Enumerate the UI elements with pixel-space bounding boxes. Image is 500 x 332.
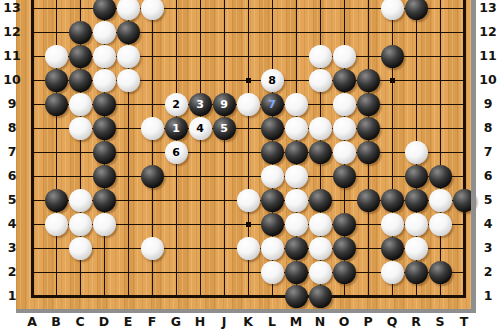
column-label-C: C (68, 314, 92, 330)
white-stone-D12[interactable] (93, 21, 116, 44)
white-stone-R3[interactable] (405, 237, 428, 260)
row-label-left-3: 3 (0, 240, 24, 256)
black-stone-S2[interactable] (429, 261, 452, 284)
move-number-5: 5 (220, 123, 228, 134)
move-number-4: 4 (196, 123, 204, 134)
black-stone-P8[interactable] (357, 117, 380, 140)
white-stone-E13[interactable] (117, 0, 140, 20)
white-stone-F13[interactable] (141, 0, 164, 20)
black-stone-O6[interactable] (333, 165, 356, 188)
black-stone-S6[interactable] (429, 165, 452, 188)
white-stone-E10[interactable] (117, 69, 140, 92)
white-stone-F3[interactable] (141, 237, 164, 260)
white-stone-N3[interactable] (309, 237, 332, 260)
white-stone-H8[interactable]: 4 (189, 117, 212, 140)
board-shadow-bottom (16, 309, 476, 313)
column-label-Q: Q (380, 314, 404, 330)
black-stone-Q11[interactable] (381, 45, 404, 68)
white-stone-G9[interactable]: 2 (165, 93, 188, 116)
grid-line-vertical (200, 0, 201, 298)
row-label-left-13: 13 (0, 0, 24, 16)
star-point-Q10 (390, 78, 395, 83)
black-stone-P5[interactable] (357, 189, 380, 212)
black-stone-J9[interactable]: 9 (213, 93, 236, 116)
white-stone-C4[interactable] (69, 213, 92, 236)
white-stone-K9[interactable] (237, 93, 260, 116)
white-stone-C3[interactable] (69, 237, 92, 260)
column-label-B: B (44, 314, 68, 330)
move-number-3: 3 (196, 99, 204, 110)
column-label-G: G (164, 314, 188, 330)
black-stone-B10[interactable] (45, 69, 68, 92)
black-stone-O3[interactable] (333, 237, 356, 260)
grid-line-horizontal (31, 295, 466, 298)
white-stone-Q13[interactable] (381, 0, 404, 20)
white-stone-D4[interactable] (93, 213, 116, 236)
row-label-left-1: 1 (0, 288, 24, 304)
black-stone-D7[interactable] (93, 141, 116, 164)
white-stone-M5[interactable] (285, 189, 308, 212)
black-stone-L7[interactable] (261, 141, 284, 164)
black-stone-D5[interactable] (93, 189, 116, 212)
black-stone-O4[interactable] (333, 213, 356, 236)
column-label-R: R (404, 314, 428, 330)
black-stone-B5[interactable] (45, 189, 68, 212)
white-stone-R7[interactable] (405, 141, 428, 164)
black-stone-D13[interactable] (93, 0, 116, 20)
column-label-H: H (188, 314, 212, 330)
black-stone-M2[interactable] (285, 261, 308, 284)
white-stone-M9[interactable] (285, 93, 308, 116)
move-number-6: 6 (172, 147, 180, 158)
row-label-right-10: 10 (476, 72, 500, 88)
white-stone-O9[interactable] (333, 93, 356, 116)
white-stone-B11[interactable] (45, 45, 68, 68)
row-label-right-5: 5 (476, 192, 500, 208)
white-stone-C5[interactable] (69, 189, 92, 212)
black-stone-P10[interactable] (357, 69, 380, 92)
white-stone-F8[interactable] (141, 117, 164, 140)
black-stone-L5[interactable] (261, 189, 284, 212)
white-stone-L2[interactable] (261, 261, 284, 284)
white-stone-N11[interactable] (309, 45, 332, 68)
black-stone-L4[interactable] (261, 213, 284, 236)
white-stone-C8[interactable] (69, 117, 92, 140)
column-label-A: A (20, 314, 44, 330)
move-number-9: 9 (220, 99, 228, 110)
move-number-1: 1 (172, 123, 180, 134)
column-label-S: S (428, 314, 452, 330)
column-label-O: O (332, 314, 356, 330)
row-label-left-6: 6 (0, 168, 24, 184)
row-label-right-12: 12 (476, 24, 500, 40)
row-label-left-11: 11 (0, 48, 24, 64)
white-stone-L6[interactable] (261, 165, 284, 188)
row-label-left-10: 10 (0, 72, 24, 88)
white-stone-O7[interactable] (333, 141, 356, 164)
white-stone-M4[interactable] (285, 213, 308, 236)
row-label-right-6: 6 (476, 168, 500, 184)
go-board-viewer: 823971456 13121110987654321 131211109876… (0, 0, 500, 332)
star-point-K4 (246, 222, 251, 227)
row-label-left-2: 2 (0, 264, 24, 280)
black-stone-G8[interactable]: 1 (165, 117, 188, 140)
white-stone-E11[interactable] (117, 45, 140, 68)
column-label-K: K (236, 314, 260, 330)
black-stone-E12[interactable] (117, 21, 140, 44)
black-stone-D6[interactable] (93, 165, 116, 188)
row-label-right-3: 3 (476, 240, 500, 256)
white-stone-R4[interactable] (405, 213, 428, 236)
black-stone-M1[interactable] (285, 285, 308, 308)
row-label-left-7: 7 (0, 144, 24, 160)
row-label-right-9: 9 (476, 96, 500, 112)
black-stone-M7[interactable] (285, 141, 308, 164)
black-stone-P7[interactable] (357, 141, 380, 164)
move-number-8: 8 (268, 75, 276, 86)
column-label-D: D (92, 314, 116, 330)
white-stone-D10[interactable] (93, 69, 116, 92)
white-stone-N10[interactable] (309, 69, 332, 92)
black-stone-P9[interactable] (357, 93, 380, 116)
grid-line-vertical (31, 0, 34, 298)
white-stone-Q4[interactable] (381, 213, 404, 236)
column-label-P: P (356, 314, 380, 330)
black-stone-F6[interactable] (141, 165, 164, 188)
black-stone-N5[interactable] (309, 189, 332, 212)
grid-line-vertical (224, 0, 225, 298)
black-stone-C12[interactable] (69, 21, 92, 44)
black-stone-D8[interactable] (93, 117, 116, 140)
white-stone-M8[interactable] (285, 117, 308, 140)
row-label-left-8: 8 (0, 120, 24, 136)
white-stone-N4[interactable] (309, 213, 332, 236)
black-stone-N7[interactable] (309, 141, 332, 164)
black-stone-Q3[interactable] (381, 237, 404, 260)
black-stone-J8[interactable]: 5 (213, 117, 236, 140)
row-label-right-2: 2 (476, 264, 500, 280)
white-stone-L10[interactable]: 8 (261, 69, 284, 92)
black-stone-O2[interactable] (333, 261, 356, 284)
black-stone-L8[interactable] (261, 117, 284, 140)
black-stone-R5[interactable] (405, 189, 428, 212)
white-stone-N2[interactable] (309, 261, 332, 284)
column-label-E: E (116, 314, 140, 330)
black-stone-M3[interactable] (285, 237, 308, 260)
move-number-7: 7 (268, 99, 276, 110)
black-stone-C10[interactable] (69, 69, 92, 92)
white-stone-D11[interactable] (93, 45, 116, 68)
black-stone-D9[interactable] (93, 93, 116, 116)
white-stone-O8[interactable] (333, 117, 356, 140)
row-label-right-1: 1 (476, 288, 500, 304)
black-stone-R13[interactable] (405, 0, 428, 20)
white-stone-N8[interactable] (309, 117, 332, 140)
white-stone-S5[interactable] (429, 189, 452, 212)
row-label-right-11: 11 (476, 48, 500, 64)
white-stone-B4[interactable] (45, 213, 68, 236)
black-stone-N1[interactable] (309, 285, 332, 308)
white-stone-K5[interactable] (237, 189, 260, 212)
row-label-right-4: 4 (476, 216, 500, 232)
black-stone-L9[interactable]: 7 (261, 93, 284, 116)
row-label-left-5: 5 (0, 192, 24, 208)
row-label-left-9: 9 (0, 96, 24, 112)
grid-line-vertical (463, 0, 466, 298)
black-stone-Q5[interactable] (381, 189, 404, 212)
row-label-right-13: 13 (476, 0, 500, 16)
black-stone-R6[interactable] (405, 165, 428, 188)
black-stone-C11[interactable] (69, 45, 92, 68)
black-stone-O10[interactable] (333, 69, 356, 92)
row-label-right-8: 8 (476, 120, 500, 136)
star-point-K10 (246, 78, 251, 83)
column-label-J: J (212, 314, 236, 330)
white-stone-K3[interactable] (237, 237, 260, 260)
column-label-F: F (140, 314, 164, 330)
white-stone-G7[interactable]: 6 (165, 141, 188, 164)
white-stone-S4[interactable] (429, 213, 452, 236)
column-label-L: L (260, 314, 284, 330)
white-stone-M6[interactable] (285, 165, 308, 188)
column-label-N: N (308, 314, 332, 330)
column-label-T: T (452, 314, 476, 330)
white-stone-C9[interactable] (69, 93, 92, 116)
column-label-M: M (284, 314, 308, 330)
black-stone-H9[interactable]: 3 (189, 93, 212, 116)
row-label-left-4: 4 (0, 216, 24, 232)
row-label-left-12: 12 (0, 24, 24, 40)
row-label-right-7: 7 (476, 144, 500, 160)
white-stone-Q2[interactable] (381, 261, 404, 284)
white-stone-L3[interactable] (261, 237, 284, 260)
move-number-2: 2 (172, 99, 180, 110)
black-stone-R2[interactable] (405, 261, 428, 284)
black-stone-B9[interactable] (45, 93, 68, 116)
go-board[interactable]: 823971456 (16, 0, 471, 309)
grid-line-vertical (440, 0, 441, 298)
white-stone-O11[interactable] (333, 45, 356, 68)
